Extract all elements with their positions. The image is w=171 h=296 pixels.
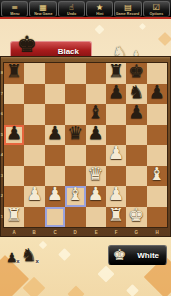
- file-label-e: E: [88, 229, 103, 236]
- toolbar-button-label: New Game: [34, 13, 52, 16]
- board-grid: ♜♜♚♟♞♟♝♟♟♟♛♟♟♛♝♟♟♝♟♟♜♜♚: [4, 63, 167, 227]
- square-e5[interactable]: ♟: [86, 125, 106, 146]
- square-c6[interactable]: [45, 104, 65, 125]
- square-f5[interactable]: [106, 125, 126, 146]
- square-c4[interactable]: [45, 145, 65, 166]
- options-check-icon: ☑: [153, 4, 160, 11]
- rank-label-8: 8: [1, 66, 4, 80]
- square-c1[interactable]: [45, 207, 65, 228]
- piece-white-queen: ♛: [88, 165, 104, 183]
- rank-label-6: 6: [1, 107, 4, 121]
- square-f4[interactable]: ♟: [106, 145, 126, 166]
- white-piece-icon: ♚: [113, 248, 126, 263]
- square-e7[interactable]: [86, 84, 106, 105]
- toolbar-button-undo[interactable]: ☝Undo: [58, 1, 85, 17]
- bg-diamond: [39, 241, 47, 249]
- toolbar-button-options[interactable]: ☑Options: [143, 1, 170, 17]
- bg-diamond: [95, 25, 105, 35]
- captured-count-mark: x: [16, 258, 19, 264]
- square-f8[interactable]: ♜: [106, 63, 126, 84]
- piece-black-pawn: ♟: [88, 124, 104, 142]
- piece-black-rook: ♜: [108, 62, 124, 80]
- bg-diamond: [139, 23, 146, 30]
- captured-by-white-tray: ♟x♞x: [6, 236, 37, 264]
- white-player-label: White: [137, 251, 159, 260]
- file-label-a: A: [7, 229, 22, 236]
- new-game-icon: ▦: [39, 4, 47, 11]
- piece-white-rook: ♜: [108, 206, 124, 224]
- square-g1[interactable]: ♚: [126, 207, 146, 228]
- piece-white-king: ♚: [128, 206, 144, 224]
- rank-label-2: 2: [1, 189, 4, 203]
- square-g6[interactable]: ♟: [126, 104, 146, 125]
- piece-black-queen: ♛: [67, 124, 83, 142]
- square-h8[interactable]: [147, 63, 167, 84]
- square-a6[interactable]: [4, 104, 24, 125]
- square-a1[interactable]: ♜: [4, 207, 24, 228]
- square-b7[interactable]: [24, 84, 44, 105]
- piece-black-pawn: ♟: [108, 83, 124, 101]
- toolbar-button-label: Game Record: [116, 13, 139, 16]
- bg-diamond: [126, 284, 139, 296]
- chess-app-window: ≡Menu▦New Game☝Undo★Hint▤Game Record☑Opt…: [0, 0, 171, 296]
- square-a3[interactable]: [4, 166, 24, 187]
- game-record-icon: ▤: [124, 4, 132, 11]
- square-h7[interactable]: ♟: [147, 84, 167, 105]
- toolbar-button-label: Hint: [96, 13, 103, 16]
- square-b4[interactable]: [24, 145, 44, 166]
- square-d4[interactable]: [65, 145, 85, 166]
- file-label-b: B: [27, 229, 42, 236]
- file-label-f: F: [108, 229, 123, 236]
- square-d5[interactable]: ♛: [65, 125, 85, 146]
- square-h4[interactable]: [147, 145, 167, 166]
- toolbar-button-game-record[interactable]: ▤Game Record: [114, 1, 141, 17]
- piece-white-rook: ♜: [6, 206, 22, 224]
- square-d2[interactable]: ♝: [65, 186, 85, 207]
- square-c5[interactable]: ♟: [45, 125, 65, 146]
- piece-black-pawn: ♟: [149, 83, 165, 101]
- square-g2[interactable]: [126, 186, 146, 207]
- toolbar: ≡Menu▦New Game☝Undo★Hint▤Game Record☑Opt…: [0, 0, 171, 17]
- file-label-g: G: [129, 229, 144, 236]
- square-d6[interactable]: [65, 104, 85, 125]
- square-e8[interactable]: [86, 63, 106, 84]
- captured-count-mark: x: [35, 258, 38, 264]
- square-c8[interactable]: [45, 63, 65, 84]
- captured-black-pawn: ♟x: [6, 251, 18, 264]
- square-b2[interactable]: ♟: [24, 186, 44, 207]
- toolbar-button-label: Menu: [10, 13, 19, 16]
- square-e2[interactable]: ♟: [86, 186, 106, 207]
- rank-label-3: 3: [1, 169, 4, 183]
- square-c7[interactable]: [45, 84, 65, 105]
- piece-white-bishop: ♝: [67, 185, 83, 203]
- black-piece-icon: ♚: [17, 34, 37, 56]
- square-g4[interactable]: [126, 145, 146, 166]
- bg-diamond: [98, 266, 115, 283]
- square-e6[interactable]: ♝: [86, 104, 106, 125]
- square-h6[interactable]: [147, 104, 167, 125]
- square-f1[interactable]: ♜: [106, 207, 126, 228]
- piece-white-pawn: ♟: [88, 185, 104, 203]
- square-h2[interactable]: [147, 186, 167, 207]
- white-player-badge: ♚ White: [108, 245, 167, 265]
- square-b6[interactable]: [24, 104, 44, 125]
- square-b8[interactable]: [24, 63, 44, 84]
- square-g5[interactable]: [126, 125, 146, 146]
- piece-white-pawn: ♟: [26, 185, 42, 203]
- bg-diamond: [58, 248, 71, 261]
- square-a5[interactable]: ♟: [4, 125, 24, 146]
- toolbar-button-hint[interactable]: ★Hint: [86, 1, 113, 17]
- square-e3[interactable]: ♛: [86, 166, 106, 187]
- square-d1[interactable]: [65, 207, 85, 228]
- square-g8[interactable]: ♚: [126, 63, 146, 84]
- rank-label-7: 7: [1, 87, 4, 101]
- square-b5[interactable]: [24, 125, 44, 146]
- square-f2[interactable]: ♟: [106, 186, 126, 207]
- rank-label-5: 5: [1, 128, 4, 142]
- piece-white-bishop: ♝: [149, 165, 165, 183]
- square-g3[interactable]: [126, 166, 146, 187]
- piece-black-pawn: ♟: [6, 124, 22, 142]
- toolbar-button-menu[interactable]: ≡Menu: [1, 1, 28, 17]
- square-a8[interactable]: ♜: [4, 63, 24, 84]
- square-d7[interactable]: [65, 84, 85, 105]
- square-a2[interactable]: [4, 186, 24, 207]
- piece-white-pawn: ♟: [108, 144, 124, 162]
- piece-black-bishop: ♝: [88, 103, 104, 121]
- piece-white-pawn: ♟: [108, 185, 124, 203]
- square-b1[interactable]: [24, 207, 44, 228]
- square-e1[interactable]: [86, 207, 106, 228]
- piece-black-pawn: ♟: [47, 124, 63, 142]
- square-f7[interactable]: ♟: [106, 84, 126, 105]
- undo-hand-icon: ☝: [69, 4, 74, 11]
- piece-white-pawn: ♟: [47, 185, 63, 203]
- black-player-label: Black: [58, 47, 79, 56]
- rank-label-1: 1: [1, 210, 4, 224]
- piece-black-knight: ♞: [128, 83, 144, 101]
- square-c3[interactable]: [45, 166, 65, 187]
- hint-sparkle-icon: ★: [96, 4, 103, 11]
- rank-label-4: 4: [1, 148, 4, 162]
- toolbar-button-new-game[interactable]: ▦New Game: [29, 1, 56, 17]
- chess-board: 87654321 ♜♜♚♟♞♟♝♟♟♟♛♟♟♛♝♟♟♝♟♟♜♜♚ ABCDEFG…: [0, 56, 171, 237]
- piece-black-rook: ♜: [6, 62, 22, 80]
- file-label-c: C: [47, 229, 62, 236]
- square-f3[interactable]: [106, 166, 126, 187]
- bg-diamond: [158, 32, 171, 46]
- toolbar-button-label: Options: [150, 13, 164, 16]
- captured-black-knight: ♞x: [21, 246, 37, 264]
- square-e4[interactable]: [86, 145, 106, 166]
- square-a4[interactable]: [4, 145, 24, 166]
- toolbar-underline: [0, 17, 171, 19]
- file-label-d: D: [68, 229, 83, 236]
- square-d8[interactable]: [65, 63, 85, 84]
- menu-icon: ≡: [11, 4, 18, 11]
- file-label-h: H: [149, 229, 164, 236]
- square-c2[interactable]: ♟: [45, 186, 65, 207]
- square-g7[interactable]: ♞: [126, 84, 146, 105]
- piece-black-pawn: ♟: [128, 103, 144, 121]
- toolbar-button-label: Undo: [67, 13, 76, 16]
- bg-diamond: [68, 286, 85, 296]
- square-h1[interactable]: [147, 207, 167, 228]
- square-h3[interactable]: ♝: [147, 166, 167, 187]
- square-a7[interactable]: [4, 84, 24, 105]
- piece-black-king: ♚: [128, 62, 144, 80]
- square-f6[interactable]: [106, 104, 126, 125]
- square-h5[interactable]: [147, 125, 167, 146]
- square-b3[interactable]: [24, 166, 44, 187]
- square-d3[interactable]: [65, 166, 85, 187]
